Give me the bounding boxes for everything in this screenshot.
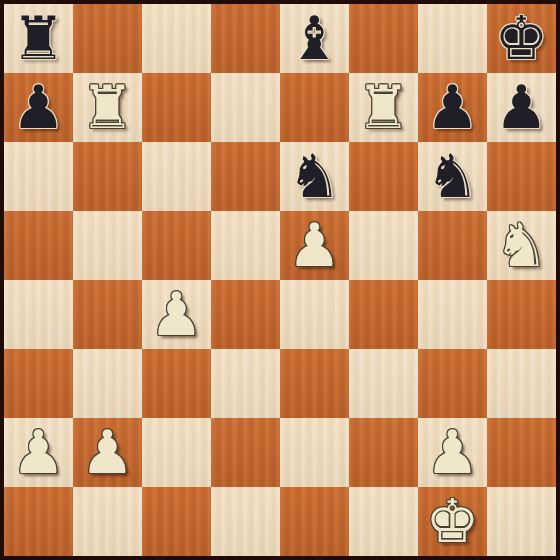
square-g3[interactable] xyxy=(418,349,487,418)
square-c1[interactable] xyxy=(142,487,211,556)
piece-black-pawn[interactable]: ♟ xyxy=(495,77,549,137)
piece-white-pawn[interactable]: ♟ xyxy=(12,422,66,482)
piece-white-pawn[interactable]: ♟ xyxy=(81,422,135,482)
square-h6[interactable] xyxy=(487,142,556,211)
square-f8[interactable] xyxy=(349,4,418,73)
square-h3[interactable] xyxy=(487,349,556,418)
square-c4[interactable]: ♟ xyxy=(142,280,211,349)
square-c8[interactable] xyxy=(142,4,211,73)
piece-white-king[interactable]: ♚ xyxy=(426,491,480,551)
square-c2[interactable] xyxy=(142,418,211,487)
square-b3[interactable] xyxy=(73,349,142,418)
square-f1[interactable] xyxy=(349,487,418,556)
square-g4[interactable] xyxy=(418,280,487,349)
piece-white-rook[interactable]: ♜ xyxy=(81,77,135,137)
square-e1[interactable] xyxy=(280,487,349,556)
piece-black-rook[interactable]: ♜ xyxy=(12,8,66,68)
square-d3[interactable] xyxy=(211,349,280,418)
square-e7[interactable] xyxy=(280,73,349,142)
square-c6[interactable] xyxy=(142,142,211,211)
square-b4[interactable] xyxy=(73,280,142,349)
square-b7[interactable]: ♜ xyxy=(73,73,142,142)
square-c5[interactable] xyxy=(142,211,211,280)
piece-black-bishop[interactable]: ♝ xyxy=(288,8,342,68)
square-h8[interactable]: ♚ xyxy=(487,4,556,73)
square-f7[interactable]: ♜ xyxy=(349,73,418,142)
square-b8[interactable] xyxy=(73,4,142,73)
square-b6[interactable] xyxy=(73,142,142,211)
square-f2[interactable] xyxy=(349,418,418,487)
square-c3[interactable] xyxy=(142,349,211,418)
square-a8[interactable]: ♜ xyxy=(4,4,73,73)
square-d8[interactable] xyxy=(211,4,280,73)
square-b2[interactable]: ♟ xyxy=(73,418,142,487)
square-e6[interactable]: ♞ xyxy=(280,142,349,211)
square-f5[interactable] xyxy=(349,211,418,280)
square-h5[interactable]: ♞ xyxy=(487,211,556,280)
square-f4[interactable] xyxy=(349,280,418,349)
piece-white-pawn[interactable]: ♟ xyxy=(426,422,480,482)
square-g2[interactable]: ♟ xyxy=(418,418,487,487)
square-g1[interactable]: ♚ xyxy=(418,487,487,556)
square-e5[interactable]: ♟ xyxy=(280,211,349,280)
square-e2[interactable] xyxy=(280,418,349,487)
square-e4[interactable] xyxy=(280,280,349,349)
piece-white-pawn[interactable]: ♟ xyxy=(288,215,342,275)
piece-black-knight[interactable]: ♞ xyxy=(426,146,480,206)
square-g7[interactable]: ♟ xyxy=(418,73,487,142)
square-h7[interactable]: ♟ xyxy=(487,73,556,142)
piece-white-pawn[interactable]: ♟ xyxy=(150,284,204,344)
square-a3[interactable] xyxy=(4,349,73,418)
piece-black-pawn[interactable]: ♟ xyxy=(426,77,480,137)
chess-board-frame: ♜♝♚♟♜♜♟♟♞♞♟♞♟♟♟♟♚ xyxy=(0,0,560,560)
square-a2[interactable]: ♟ xyxy=(4,418,73,487)
square-h2[interactable] xyxy=(487,418,556,487)
square-d4[interactable] xyxy=(211,280,280,349)
chess-board: ♜♝♚♟♜♜♟♟♞♞♟♞♟♟♟♟♚ xyxy=(4,4,556,556)
square-a5[interactable] xyxy=(4,211,73,280)
piece-white-rook[interactable]: ♜ xyxy=(357,77,411,137)
square-d5[interactable] xyxy=(211,211,280,280)
square-h1[interactable] xyxy=(487,487,556,556)
square-d7[interactable] xyxy=(211,73,280,142)
square-d1[interactable] xyxy=(211,487,280,556)
square-a7[interactable]: ♟ xyxy=(4,73,73,142)
square-e8[interactable]: ♝ xyxy=(280,4,349,73)
square-a1[interactable] xyxy=(4,487,73,556)
square-g6[interactable]: ♞ xyxy=(418,142,487,211)
square-f3[interactable] xyxy=(349,349,418,418)
square-b1[interactable] xyxy=(73,487,142,556)
piece-black-pawn[interactable]: ♟ xyxy=(12,77,66,137)
square-g5[interactable] xyxy=(418,211,487,280)
square-a4[interactable] xyxy=(4,280,73,349)
piece-white-knight[interactable]: ♞ xyxy=(495,215,549,275)
square-a6[interactable] xyxy=(4,142,73,211)
piece-black-knight[interactable]: ♞ xyxy=(288,146,342,206)
square-d6[interactable] xyxy=(211,142,280,211)
piece-black-king[interactable]: ♚ xyxy=(495,8,549,68)
square-f6[interactable] xyxy=(349,142,418,211)
square-g8[interactable] xyxy=(418,4,487,73)
square-d2[interactable] xyxy=(211,418,280,487)
square-h4[interactable] xyxy=(487,280,556,349)
square-c7[interactable] xyxy=(142,73,211,142)
square-b5[interactable] xyxy=(73,211,142,280)
square-e3[interactable] xyxy=(280,349,349,418)
